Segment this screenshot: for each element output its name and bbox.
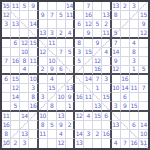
cell-r12c3[interactable]: [29, 112, 38, 121]
cell-r11c10[interactable]: 13: [93, 102, 102, 111]
cell-r10c8[interactable]: 16: [75, 93, 84, 102]
cell-r10c11[interactable]: 15: [102, 93, 111, 102]
cell-r5c10[interactable]: [93, 48, 102, 57]
cell-r2c10[interactable]: 5: [93, 20, 102, 29]
cell-r8c5[interactable]: 4: [48, 75, 57, 84]
cell-r0c14[interactable]: 3: [130, 2, 139, 11]
cell-r4c1[interactable]: 6: [11, 39, 20, 48]
cell-r0c15[interactable]: [139, 2, 148, 11]
cell-r2c8[interactable]: 6: [75, 20, 84, 29]
cell-r5c6[interactable]: 7: [57, 48, 66, 57]
cell-r13c4[interactable]: 8: [39, 121, 48, 130]
cell-r13c6[interactable]: 9: [57, 121, 66, 130]
cell-r12c13[interactable]: [121, 112, 130, 121]
cell-r14c3[interactable]: [29, 130, 38, 139]
cell-r9c7[interactable]: 13: [66, 84, 75, 93]
cell-r2c14[interactable]: [130, 20, 139, 29]
cell-r4c9[interactable]: [84, 39, 93, 48]
cell-r13c13[interactable]: [121, 121, 130, 130]
cell-r8c13[interactable]: 16: [121, 75, 130, 84]
cell-r14c13[interactable]: [121, 130, 130, 139]
cell-r7c4[interactable]: 2: [39, 66, 48, 75]
cell-r9c12[interactable]: 10: [112, 84, 121, 93]
cell-r12c0[interactable]: 11: [2, 112, 11, 121]
cell-r0c4[interactable]: [39, 2, 48, 11]
cell-r12c6[interactable]: 13: [57, 112, 66, 121]
cell-r11c12[interactable]: 3: [112, 102, 121, 111]
cell-r10c3[interactable]: 8: [29, 93, 38, 102]
cell-r15c0[interactable]: 10: [2, 139, 11, 148]
cell-r11c15[interactable]: [139, 102, 148, 111]
cell-r5c7[interactable]: 5: [66, 48, 75, 57]
cell-r5c12[interactable]: 14: [112, 48, 121, 57]
cell-r15c4[interactable]: [39, 139, 48, 148]
cell-r2c0[interactable]: 3: [2, 20, 11, 29]
cell-r7c7[interactable]: [66, 66, 75, 75]
cell-r4c4[interactable]: [39, 39, 48, 48]
cell-r7c13[interactable]: [121, 66, 130, 75]
cell-r12c14[interactable]: [130, 112, 139, 121]
cell-r0c9[interactable]: 7: [84, 2, 93, 11]
cell-r9c8[interactable]: [75, 84, 84, 93]
cell-r0c8[interactable]: [75, 2, 84, 11]
cell-r3c7[interactable]: 4: [66, 29, 75, 38]
cell-r11c11[interactable]: [102, 102, 111, 111]
cell-r3c12[interactable]: 5: [112, 29, 121, 38]
cell-r10c10[interactable]: [93, 93, 102, 102]
cell-r5c3[interactable]: [29, 48, 38, 57]
cell-r1c10[interactable]: [93, 11, 102, 20]
cell-r14c9[interactable]: 3: [84, 130, 93, 139]
cell-r15c1[interactable]: 2: [11, 139, 20, 148]
cell-r8c10[interactable]: 7: [93, 75, 102, 84]
cell-r8c4[interactable]: [39, 75, 48, 84]
cell-r2c11[interactable]: 2: [102, 20, 111, 29]
cell-r4c5[interactable]: 11: [48, 39, 57, 48]
cell-r11c1[interactable]: 5: [11, 102, 20, 111]
cell-r7c5[interactable]: 9: [48, 66, 57, 75]
cell-r10c12[interactable]: [112, 93, 121, 102]
cell-r7c8[interactable]: [75, 66, 84, 75]
cell-r8c15[interactable]: [139, 75, 148, 84]
cell-r8c14[interactable]: [130, 75, 139, 84]
cell-r9c1[interactable]: 12: [11, 84, 20, 93]
cell-r13c14[interactable]: 6: [130, 121, 139, 130]
cell-r7c11[interactable]: [102, 66, 111, 75]
cell-r8c3[interactable]: 10: [29, 75, 38, 84]
cell-r11c0[interactable]: [2, 102, 11, 111]
cell-r14c5[interactable]: [48, 130, 57, 139]
cell-r12c15[interactable]: [139, 112, 148, 121]
sudoku-board: 1511591471323129751116138153131461252913…: [0, 0, 150, 150]
cell-r4c15[interactable]: [139, 39, 148, 48]
cell-r4c8[interactable]: 8: [75, 39, 84, 48]
cell-r5c5[interactable]: [48, 48, 57, 57]
cell-r1c15[interactable]: 15: [139, 11, 148, 20]
cell-r2c6[interactable]: [57, 20, 66, 29]
cell-r9c11[interactable]: [102, 84, 111, 93]
cell-r0c12[interactable]: 13: [112, 2, 121, 11]
cell-r5c1[interactable]: [11, 48, 20, 57]
cell-r5c9[interactable]: 15: [84, 48, 93, 57]
cell-r15c13[interactable]: 7: [121, 139, 130, 148]
cell-r4c14[interactable]: 4: [130, 39, 139, 48]
cell-r1c11[interactable]: 13: [102, 11, 111, 20]
cell-r6c3[interactable]: 11: [29, 57, 38, 66]
cell-r9c3[interactable]: 3: [29, 84, 38, 93]
cell-r8c12[interactable]: [112, 75, 121, 84]
cell-r11c7[interactable]: 1: [66, 102, 75, 111]
cell-r0c6[interactable]: [57, 2, 66, 11]
cell-r5c13[interactable]: [121, 48, 130, 57]
cell-r0c10[interactable]: [93, 2, 102, 11]
cell-r15c10[interactable]: [93, 139, 102, 148]
cell-r15c6[interactable]: 12: [57, 139, 66, 148]
cell-r5c11[interactable]: 4: [102, 48, 111, 57]
cell-r15c5[interactable]: [48, 139, 57, 148]
cell-r1c0[interactable]: 12: [2, 11, 11, 20]
cell-r13c1[interactable]: [11, 121, 20, 130]
cell-r13c8[interactable]: [75, 121, 84, 130]
cell-r11c4[interactable]: [39, 102, 48, 111]
cell-r9c13[interactable]: 14: [121, 84, 130, 93]
cell-r3c5[interactable]: 3: [48, 29, 57, 38]
cell-r6c13[interactable]: [121, 57, 130, 66]
cell-r6c7[interactable]: [66, 57, 75, 66]
cell-r4c3[interactable]: 15: [29, 39, 38, 48]
cell-r13c12[interactable]: 13: [112, 121, 121, 130]
cell-r6c9[interactable]: [84, 57, 93, 66]
cell-r10c5[interactable]: [48, 93, 57, 102]
cell-r7c9[interactable]: [84, 66, 93, 75]
cell-r12c8[interactable]: 12: [75, 112, 84, 121]
cell-r9c5[interactable]: 15: [48, 84, 57, 93]
cell-r2c13[interactable]: [121, 20, 130, 29]
cell-r1c6[interactable]: 5: [57, 11, 66, 20]
cell-r12c9[interactable]: 4: [84, 112, 93, 121]
cell-r3c14[interactable]: [130, 29, 139, 38]
cell-r13c7[interactable]: 2: [66, 121, 75, 130]
cell-r9c4[interactable]: [39, 84, 48, 93]
cell-r12c7[interactable]: [66, 112, 75, 121]
cell-r6c1[interactable]: 16: [11, 57, 20, 66]
cell-r15c2[interactable]: 3: [20, 139, 29, 148]
cell-r3c8[interactable]: [75, 29, 84, 38]
cell-r14c10[interactable]: 2: [93, 130, 102, 139]
cell-r9c0[interactable]: [2, 84, 11, 93]
cell-r2c2[interactable]: [20, 20, 29, 29]
cell-r9c10[interactable]: 1: [93, 84, 102, 93]
cell-r6c0[interactable]: 7: [2, 57, 11, 66]
cell-r8c2[interactable]: [20, 75, 29, 84]
cell-r4c13[interactable]: [121, 39, 130, 48]
cell-r11c2[interactable]: [20, 102, 29, 111]
cell-r15c8[interactable]: 13: [75, 139, 84, 148]
cell-r11c9[interactable]: [84, 102, 93, 111]
cell-r12c10[interactable]: 15: [93, 112, 102, 121]
cell-r7c3[interactable]: [29, 66, 38, 75]
cell-r8c7[interactable]: [66, 75, 75, 84]
cell-r9c2[interactable]: [20, 84, 29, 93]
cell-r5c8[interactable]: 3: [75, 48, 84, 57]
cell-r15c15[interactable]: 11: [139, 139, 148, 148]
cell-r15c7[interactable]: [66, 139, 75, 148]
cell-r15c9[interactable]: [84, 139, 93, 148]
cell-r4c11[interactable]: [102, 39, 111, 48]
cell-r3c2[interactable]: [20, 29, 29, 38]
cell-r11c5[interactable]: 8: [48, 102, 57, 111]
cell-r12c1[interactable]: [11, 112, 20, 121]
cell-r4c2[interactable]: 12: [20, 39, 29, 48]
cell-r7c12[interactable]: 12: [112, 66, 121, 75]
cell-r3c6[interactable]: 2: [57, 29, 66, 38]
cell-r10c6[interactable]: 10: [57, 93, 66, 102]
cell-r7c10[interactable]: 16: [93, 66, 102, 75]
cell-r1c8[interactable]: [75, 11, 84, 20]
cell-r14c1[interactable]: [11, 130, 20, 139]
cell-r2c9[interactable]: 12: [84, 20, 93, 29]
cell-r4c6[interactable]: [57, 39, 66, 48]
cell-r4c7[interactable]: [66, 39, 75, 48]
cell-r7c15[interactable]: 5: [139, 66, 148, 75]
cell-r14c6[interactable]: 4: [57, 130, 66, 139]
cell-r13c0[interactable]: 16: [2, 121, 11, 130]
cell-r3c10[interactable]: [93, 29, 102, 38]
cell-r12c12[interactable]: [112, 112, 121, 121]
cell-r5c4[interactable]: 12: [39, 48, 48, 57]
cell-r12c11[interactable]: 6: [102, 112, 111, 121]
cell-r4c10[interactable]: 9: [93, 39, 102, 48]
cell-r14c15[interactable]: 10: [139, 130, 148, 139]
cell-r3c11[interactable]: 11: [102, 29, 111, 38]
cell-r3c13[interactable]: [121, 29, 130, 38]
cell-r5c0[interactable]: [2, 48, 11, 57]
cell-r10c2[interactable]: [20, 93, 29, 102]
cell-r14c2[interactable]: 13: [20, 130, 29, 139]
cell-r1c12[interactable]: 8: [112, 11, 121, 20]
cell-r10c1[interactable]: 14: [11, 93, 20, 102]
cell-r10c0[interactable]: [2, 93, 11, 102]
cell-r15c12[interactable]: 4: [112, 139, 121, 148]
cell-r1c13[interactable]: [121, 11, 130, 20]
cell-r13c3[interactable]: [29, 121, 38, 130]
cell-r13c11[interactable]: [102, 121, 111, 130]
cell-r6c11[interactable]: [102, 57, 111, 66]
cell-r5c2[interactable]: 10: [20, 48, 29, 57]
cell-r8c0[interactable]: 6: [2, 75, 11, 84]
cell-r0c2[interactable]: 5: [20, 2, 29, 11]
cell-r9c15[interactable]: 7: [139, 84, 148, 93]
cell-r3c15[interactable]: 12: [139, 29, 148, 38]
cell-r0c11[interactable]: [102, 2, 111, 11]
cell-r10c7[interactable]: 9: [66, 93, 75, 102]
cell-r2c1[interactable]: 13: [11, 20, 20, 29]
cell-r11c8[interactable]: [75, 102, 84, 111]
cell-r1c7[interactable]: 11: [66, 11, 75, 20]
cell-r9c6[interactable]: [57, 84, 66, 93]
cell-r5c15[interactable]: [139, 48, 148, 57]
cell-r1c14[interactable]: [130, 11, 139, 20]
cell-r2c4[interactable]: [39, 20, 48, 29]
cell-r7c0[interactable]: [2, 66, 11, 75]
cell-r15c3[interactable]: [29, 139, 38, 148]
cell-r3c9[interactable]: 9: [84, 29, 93, 38]
cell-r2c12[interactable]: [112, 20, 121, 29]
cell-r0c1[interactable]: 11: [11, 2, 20, 11]
cell-r1c1[interactable]: [11, 11, 20, 20]
cell-r1c9[interactable]: 16: [84, 11, 93, 20]
cell-r14c12[interactable]: [112, 130, 121, 139]
cell-r2c3[interactable]: 14: [29, 20, 38, 29]
cell-r7c2[interactable]: 4: [20, 66, 29, 75]
cell-r8c9[interactable]: 14: [84, 75, 93, 84]
cell-r13c15[interactable]: 14: [139, 121, 148, 130]
cell-r0c3[interactable]: 9: [29, 2, 38, 11]
cell-r1c3[interactable]: [29, 11, 38, 20]
cell-r11c6[interactable]: [57, 102, 66, 111]
cell-r2c15[interactable]: 9: [139, 20, 148, 29]
cell-r15c14[interactable]: 16: [130, 139, 139, 148]
cell-r7c1[interactable]: [11, 66, 20, 75]
cell-r10c13[interactable]: 6: [121, 93, 130, 102]
cell-r11c3[interactable]: 16: [29, 102, 38, 111]
cell-r11c13[interactable]: 9: [121, 102, 130, 111]
cell-r14c14[interactable]: [130, 130, 139, 139]
cell-r3c1[interactable]: [11, 29, 20, 38]
cell-r11c14[interactable]: 15: [130, 102, 139, 111]
cell-r1c4[interactable]: 9: [39, 11, 48, 20]
cell-r13c10[interactable]: [93, 121, 102, 130]
cell-r14c8[interactable]: 14: [75, 130, 84, 139]
cell-r8c1[interactable]: 15: [11, 75, 20, 84]
cell-r7c6[interactable]: 6: [57, 66, 66, 75]
cell-r4c12[interactable]: 7: [112, 39, 121, 48]
cell-r10c4[interactable]: 3: [39, 93, 48, 102]
cell-r12c2[interactable]: 14: [20, 112, 29, 121]
cell-r0c13[interactable]: 2: [121, 2, 130, 11]
cell-r3c0[interactable]: [2, 29, 11, 38]
cell-r10c9[interactable]: 11: [84, 93, 93, 102]
cell-r3c3[interactable]: [29, 29, 38, 38]
cell-r3c4[interactable]: 13: [39, 29, 48, 38]
cell-r12c5[interactable]: [48, 112, 57, 121]
cell-r0c5[interactable]: [48, 2, 57, 11]
cell-r0c7[interactable]: 14: [66, 2, 75, 11]
cell-r9c14[interactable]: 11: [130, 84, 139, 93]
cell-r5c14[interactable]: 8: [130, 48, 139, 57]
cell-r10c14[interactable]: [130, 93, 139, 102]
cell-r1c2[interactable]: [20, 11, 29, 20]
cell-r14c4[interactable]: 11: [39, 130, 48, 139]
cell-r15c11[interactable]: [102, 139, 111, 148]
cell-r2c7[interactable]: [66, 20, 75, 29]
cell-r14c7[interactable]: [66, 130, 75, 139]
cell-r14c0[interactable]: 8: [2, 130, 11, 139]
cell-r4c0[interactable]: [2, 39, 11, 48]
cell-r2c5[interactable]: [48, 20, 57, 29]
cell-r1c5[interactable]: 7: [48, 11, 57, 20]
cell-r6c8[interactable]: 5: [75, 57, 84, 66]
cell-r13c2[interactable]: [20, 121, 29, 130]
cell-r7c14[interactable]: 1: [130, 66, 139, 75]
cell-r14c11[interactable]: 16: [102, 130, 111, 139]
cell-r9c9[interactable]: [84, 84, 93, 93]
cell-r8c6[interactable]: [57, 75, 66, 84]
cell-r13c5[interactable]: 5: [48, 121, 57, 130]
cell-r10c15[interactable]: [139, 93, 148, 102]
cell-r0c0[interactable]: 15: [2, 2, 11, 11]
cell-r13c9[interactable]: [84, 121, 93, 130]
cell-r8c8[interactable]: [75, 75, 84, 84]
cell-r8c11[interactable]: 3: [102, 75, 111, 84]
cell-r12c4[interactable]: 10: [39, 112, 48, 121]
